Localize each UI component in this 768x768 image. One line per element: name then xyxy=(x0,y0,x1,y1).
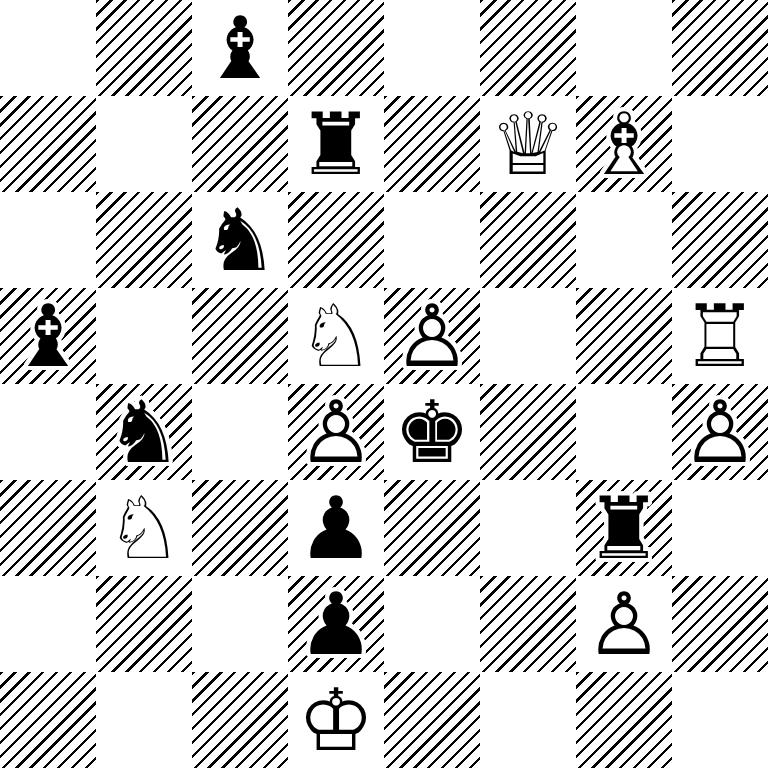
square-a1[interactable] xyxy=(0,672,96,768)
piece-black-rook: ♜♜ xyxy=(576,480,672,576)
piece-black-bishop: ♝♝ xyxy=(0,288,96,384)
square-d5[interactable]: ♞♘ xyxy=(288,288,384,384)
piece-white-knight: ♞♘ xyxy=(288,288,384,384)
square-d8[interactable] xyxy=(288,0,384,96)
white-pawn-glyph: ♙ xyxy=(672,384,768,480)
square-a3[interactable] xyxy=(0,480,96,576)
white-pawn-glyph: ♙ xyxy=(288,384,384,480)
square-g6[interactable] xyxy=(576,192,672,288)
chess-board: ♝♝♜♜♛♕♝♗♞♞♝♝♞♘♟♙♜♖♞♞♟♙♚♚♟♙♞♘♟♟♜♜♟♟♟♙♚♔ xyxy=(0,0,768,768)
square-e7[interactable] xyxy=(384,96,480,192)
square-g7[interactable]: ♝♗ xyxy=(576,96,672,192)
square-c7[interactable] xyxy=(192,96,288,192)
piece-black-knight: ♞♞ xyxy=(192,192,288,288)
square-c3[interactable] xyxy=(192,480,288,576)
square-a7[interactable] xyxy=(0,96,96,192)
white-rook-glyph: ♖ xyxy=(672,288,768,384)
square-b6[interactable] xyxy=(96,192,192,288)
piece-black-rook: ♜♜ xyxy=(288,96,384,192)
piece-white-pawn: ♟♙ xyxy=(288,384,384,480)
white-knight-glyph: ♘ xyxy=(288,288,384,384)
square-g5[interactable] xyxy=(576,288,672,384)
black-bishop-glyph: ♝ xyxy=(192,0,288,96)
square-h2[interactable] xyxy=(672,576,768,672)
square-b7[interactable] xyxy=(96,96,192,192)
piece-white-king: ♚♔ xyxy=(288,672,384,768)
piece-white-bishop: ♝♗ xyxy=(576,96,672,192)
black-pawn-glyph: ♟ xyxy=(288,480,384,576)
square-b1[interactable] xyxy=(96,672,192,768)
square-d6[interactable] xyxy=(288,192,384,288)
black-rook-glyph: ♜ xyxy=(288,96,384,192)
square-c2[interactable] xyxy=(192,576,288,672)
square-e1[interactable] xyxy=(384,672,480,768)
square-e8[interactable] xyxy=(384,0,480,96)
square-a4[interactable] xyxy=(0,384,96,480)
square-h4[interactable]: ♟♙ xyxy=(672,384,768,480)
piece-black-pawn: ♟♟ xyxy=(288,480,384,576)
piece-white-rook: ♜♖ xyxy=(672,288,768,384)
square-b5[interactable] xyxy=(96,288,192,384)
square-b8[interactable] xyxy=(96,0,192,96)
piece-white-pawn: ♟♙ xyxy=(576,576,672,672)
black-pawn-glyph: ♟ xyxy=(288,576,384,672)
square-f7[interactable]: ♛♕ xyxy=(480,96,576,192)
square-g1[interactable] xyxy=(576,672,672,768)
square-e4[interactable]: ♚♚ xyxy=(384,384,480,480)
square-d2[interactable]: ♟♟ xyxy=(288,576,384,672)
square-h6[interactable] xyxy=(672,192,768,288)
square-e5[interactable]: ♟♙ xyxy=(384,288,480,384)
piece-black-pawn: ♟♟ xyxy=(288,576,384,672)
square-d3[interactable]: ♟♟ xyxy=(288,480,384,576)
square-d1[interactable]: ♚♔ xyxy=(288,672,384,768)
white-queen-glyph: ♕ xyxy=(480,96,576,192)
black-rook-glyph: ♜ xyxy=(576,480,672,576)
square-h1[interactable] xyxy=(672,672,768,768)
square-f4[interactable] xyxy=(480,384,576,480)
piece-white-knight: ♞♘ xyxy=(96,480,192,576)
square-b3[interactable]: ♞♘ xyxy=(96,480,192,576)
square-f2[interactable] xyxy=(480,576,576,672)
square-h8[interactable] xyxy=(672,0,768,96)
piece-white-queen: ♛♕ xyxy=(480,96,576,192)
square-c1[interactable] xyxy=(192,672,288,768)
square-e3[interactable] xyxy=(384,480,480,576)
square-g8[interactable] xyxy=(576,0,672,96)
square-d7[interactable]: ♜♜ xyxy=(288,96,384,192)
white-king-glyph: ♔ xyxy=(288,672,384,768)
square-a6[interactable] xyxy=(0,192,96,288)
black-knight-glyph: ♞ xyxy=(192,192,288,288)
square-b2[interactable] xyxy=(96,576,192,672)
square-a8[interactable] xyxy=(0,0,96,96)
white-pawn-glyph: ♙ xyxy=(384,288,480,384)
square-g2[interactable]: ♟♙ xyxy=(576,576,672,672)
white-knight-glyph: ♘ xyxy=(96,480,192,576)
square-f8[interactable] xyxy=(480,0,576,96)
square-e6[interactable] xyxy=(384,192,480,288)
square-h3[interactable] xyxy=(672,480,768,576)
square-f6[interactable] xyxy=(480,192,576,288)
square-c8[interactable]: ♝♝ xyxy=(192,0,288,96)
square-a2[interactable] xyxy=(0,576,96,672)
black-knight-glyph: ♞ xyxy=(96,384,192,480)
black-bishop-glyph: ♝ xyxy=(0,288,96,384)
square-h7[interactable] xyxy=(672,96,768,192)
black-king-glyph: ♚ xyxy=(384,384,480,480)
square-f3[interactable] xyxy=(480,480,576,576)
square-c6[interactable]: ♞♞ xyxy=(192,192,288,288)
white-bishop-glyph: ♗ xyxy=(576,96,672,192)
white-pawn-glyph: ♙ xyxy=(576,576,672,672)
square-c4[interactable] xyxy=(192,384,288,480)
square-d4[interactable]: ♟♙ xyxy=(288,384,384,480)
piece-white-pawn: ♟♙ xyxy=(672,384,768,480)
piece-black-king: ♚♚ xyxy=(384,384,480,480)
square-f5[interactable] xyxy=(480,288,576,384)
square-h5[interactable]: ♜♖ xyxy=(672,288,768,384)
square-f1[interactable] xyxy=(480,672,576,768)
square-c5[interactable] xyxy=(192,288,288,384)
square-a5[interactable]: ♝♝ xyxy=(0,288,96,384)
square-g3[interactable]: ♜♜ xyxy=(576,480,672,576)
piece-black-knight: ♞♞ xyxy=(96,384,192,480)
piece-black-bishop: ♝♝ xyxy=(192,0,288,96)
piece-white-pawn: ♟♙ xyxy=(384,288,480,384)
square-b4[interactable]: ♞♞ xyxy=(96,384,192,480)
square-g4[interactable] xyxy=(576,384,672,480)
square-e2[interactable] xyxy=(384,576,480,672)
